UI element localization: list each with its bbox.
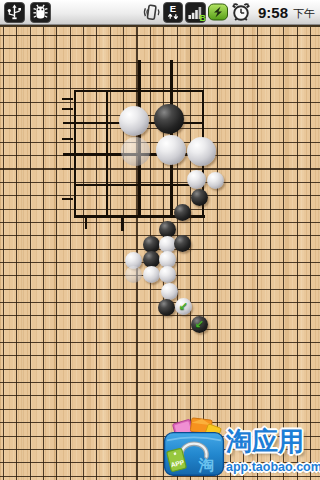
taobao-watermark: 淘 APP 淘应用 app.taobao.com (160, 414, 320, 480)
magnifier-grid-line (62, 138, 73, 140)
signal-bars-b-icon: B (185, 2, 206, 23)
white-stone: ↙ (175, 298, 192, 315)
white-stone (159, 266, 176, 283)
black-stone (143, 251, 160, 268)
magnifier-grid-line (85, 217, 87, 229)
magnifier-grid-line (62, 168, 73, 170)
bag-tao-char: 淘 (198, 456, 214, 474)
watermark-url[interactable]: app.taobao.com (226, 460, 320, 474)
magnifier-grid-line (121, 217, 124, 231)
white-stone (143, 266, 160, 283)
black-stone: ↙ (191, 316, 208, 333)
black-stone (191, 189, 208, 206)
last-move-marker: ↙ (175, 298, 192, 315)
clock-time: 9:58 (258, 4, 288, 21)
black-stone (158, 299, 175, 316)
adb-debug-icon (30, 2, 51, 23)
status-bar: E B (0, 0, 320, 25)
clock-period: 下午 (293, 6, 315, 21)
black-stone (174, 235, 191, 252)
status-icons-right: E B (142, 2, 317, 23)
edge-data-icon: E (163, 2, 183, 23)
last-move-marker: ↙ (191, 316, 208, 333)
magnifier-grid-line (62, 108, 73, 110)
pending-move-white-stone (125, 266, 142, 283)
svg-text:B: B (200, 12, 206, 22)
white-stone-magnified (156, 135, 186, 165)
magnifier-grid-line (74, 184, 204, 186)
taobao-app-icon[interactable]: 淘 APP (162, 417, 226, 479)
go-board[interactable]: ↙↙ (0, 25, 320, 480)
status-icons-left (4, 2, 51, 23)
alarm-clock-icon (230, 2, 252, 23)
white-stone (187, 170, 206, 189)
magnifier-grid-line (62, 98, 73, 100)
white-stone-magnified (119, 106, 149, 136)
watermark-title[interactable]: 淘应用 (226, 424, 320, 459)
black-stone-magnified (154, 104, 184, 134)
white-stone (159, 236, 176, 253)
white-stone (159, 251, 176, 268)
white-stone (207, 172, 224, 189)
magnifier-grid-line (62, 198, 73, 200)
black-stone (159, 221, 176, 238)
usb-icon (4, 2, 25, 23)
pending-move-white-stone-magnified (121, 137, 150, 166)
white-stone-magnified (187, 137, 216, 166)
phone-screen: E B (0, 0, 320, 480)
svg-text:E: E (170, 3, 176, 14)
vibrate-mode-icon (142, 2, 161, 23)
black-stone (143, 236, 160, 253)
black-stone (174, 204, 191, 221)
power-widget-icon (208, 2, 228, 22)
magnifier-grid-line (74, 90, 204, 92)
